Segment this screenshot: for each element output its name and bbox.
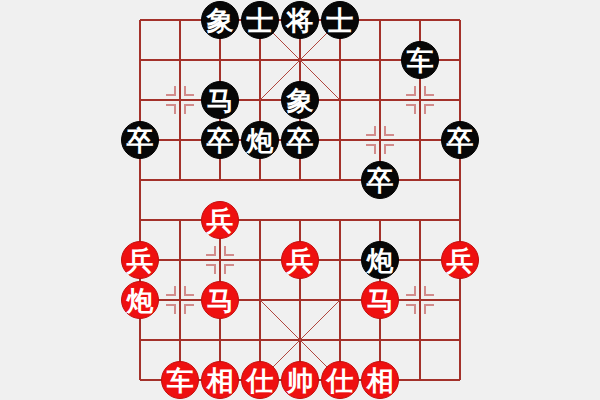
piece-glyph: 兵 <box>127 248 154 275</box>
piece-glyph: 士 <box>327 8 354 35</box>
piece-glyph: 炮 <box>127 288 154 315</box>
piece-black-advisor[interactable]: 士 <box>321 1 359 39</box>
piece-glyph: 兵 <box>207 208 234 235</box>
piece-glyph: 卒 <box>447 128 474 155</box>
piece-red-elephant[interactable]: 相 <box>201 361 239 399</box>
piece-red-general[interactable]: 帅 <box>281 361 319 399</box>
piece-glyph: 相 <box>207 368 234 395</box>
piece-black-chariot[interactable]: 车 <box>401 41 439 79</box>
piece-glyph: 炮 <box>247 128 274 155</box>
piece-red-elephant[interactable]: 相 <box>361 361 399 399</box>
piece-black-elephant[interactable]: 象 <box>201 1 239 39</box>
piece-glyph: 象 <box>207 8 234 35</box>
xiangqi-app: 象士将士车马象卒卒炮卒卒卒兵兵兵炮兵炮马马车相仕帅仕相 <box>0 0 600 400</box>
piece-black-general[interactable]: 将 <box>281 1 319 39</box>
piece-glyph: 卒 <box>127 128 154 155</box>
piece-glyph: 卒 <box>287 128 314 155</box>
piece-glyph: 卒 <box>367 168 394 195</box>
piece-glyph: 将 <box>287 8 314 35</box>
piece-glyph: 兵 <box>287 248 314 275</box>
piece-red-horse[interactable]: 马 <box>201 281 239 319</box>
piece-glyph: 马 <box>207 288 234 315</box>
piece-red-advisor[interactable]: 仕 <box>241 361 279 399</box>
piece-red-soldier[interactable]: 兵 <box>201 201 239 239</box>
piece-black-cannon[interactable]: 炮 <box>361 241 399 279</box>
piece-glyph: 相 <box>367 368 394 395</box>
piece-black-soldier[interactable]: 卒 <box>441 121 479 159</box>
piece-black-soldier[interactable]: 卒 <box>121 121 159 159</box>
piece-black-elephant[interactable]: 象 <box>281 81 319 119</box>
piece-glyph: 马 <box>367 288 394 315</box>
piece-black-cannon[interactable]: 炮 <box>241 121 279 159</box>
piece-glyph: 帅 <box>287 368 314 395</box>
piece-glyph: 兵 <box>447 248 474 275</box>
piece-glyph: 仕 <box>247 368 274 395</box>
piece-red-soldier[interactable]: 兵 <box>441 241 479 279</box>
piece-glyph: 马 <box>207 88 234 115</box>
piece-glyph: 车 <box>167 368 194 395</box>
piece-glyph: 仕 <box>327 368 354 395</box>
piece-black-soldier[interactable]: 卒 <box>281 121 319 159</box>
piece-black-advisor[interactable]: 士 <box>241 1 279 39</box>
piece-glyph: 炮 <box>367 248 394 275</box>
piece-red-cannon[interactable]: 炮 <box>121 281 159 319</box>
xiangqi-board[interactable]: 象士将士车马象卒卒炮卒卒卒兵兵兵炮兵炮马马车相仕帅仕相 <box>0 0 600 400</box>
piece-red-soldier[interactable]: 兵 <box>281 241 319 279</box>
piece-glyph: 卒 <box>207 128 234 155</box>
piece-red-horse[interactable]: 马 <box>361 281 399 319</box>
piece-black-soldier[interactable]: 卒 <box>201 121 239 159</box>
piece-black-soldier[interactable]: 卒 <box>361 161 399 199</box>
piece-red-soldier[interactable]: 兵 <box>121 241 159 279</box>
piece-glyph: 车 <box>407 48 434 75</box>
piece-layer: 象士将士车马象卒卒炮卒卒卒兵兵兵炮兵炮马马车相仕帅仕相 <box>120 0 480 400</box>
piece-glyph: 象 <box>287 88 314 115</box>
piece-glyph: 士 <box>247 8 274 35</box>
piece-red-chariot[interactable]: 车 <box>161 361 199 399</box>
piece-red-advisor[interactable]: 仕 <box>321 361 359 399</box>
piece-black-horse[interactable]: 马 <box>201 81 239 119</box>
